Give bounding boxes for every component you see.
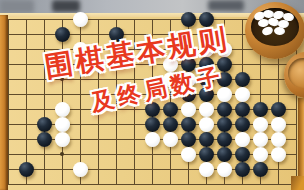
black-stone: [217, 132, 232, 147]
white-stone: [235, 132, 250, 147]
black-stone: [37, 117, 52, 132]
white-stone: [217, 162, 232, 177]
black-stone: [181, 117, 196, 132]
white-stone: [253, 117, 268, 132]
black-stone: [217, 117, 232, 132]
white-stone: [253, 147, 268, 162]
black-stone: [181, 132, 196, 147]
black-stone: [19, 162, 34, 177]
white-stone: [55, 132, 70, 147]
black-stone: [163, 117, 178, 132]
black-stone: [145, 117, 160, 132]
black-stone: [235, 102, 250, 117]
star-point: [60, 152, 64, 156]
video-frame: 围棋基本规则 及终局数子: [0, 0, 304, 190]
background-dark-object-2: [208, 0, 244, 11]
black-stone: [199, 147, 214, 162]
table-edge-left: [0, 15, 8, 190]
black-stone: [253, 162, 268, 177]
white-stone: [199, 117, 214, 132]
black-stone: [235, 117, 250, 132]
white-stone: [55, 102, 70, 117]
black-stone: [235, 147, 250, 162]
white-stone: [271, 117, 286, 132]
black-stone: [199, 132, 214, 147]
white-stone: [73, 12, 88, 27]
black-stone: [235, 72, 250, 87]
black-stone: [217, 147, 232, 162]
white-stone: [163, 132, 178, 147]
background-dark-object: [52, 0, 80, 12]
white-stone: [55, 117, 70, 132]
white-stone: [199, 102, 214, 117]
white-stone: [271, 132, 286, 147]
white-stone: [73, 162, 88, 177]
black-stone: [37, 132, 52, 147]
black-stone: [271, 102, 286, 117]
white-stone: [181, 102, 196, 117]
white-stone: [253, 132, 268, 147]
black-stone: [217, 102, 232, 117]
white-stone: [199, 162, 214, 177]
black-stone: [55, 27, 70, 42]
white-stone: [145, 132, 160, 147]
background-blur-shape: [0, 0, 34, 13]
black-stone: [235, 162, 250, 177]
white-stone: [271, 147, 286, 162]
white-stone: [181, 147, 196, 162]
black-stone: [163, 102, 178, 117]
black-stone: [253, 102, 268, 117]
table-corner-bottom-right: [291, 176, 304, 190]
white-stone: [235, 87, 250, 102]
